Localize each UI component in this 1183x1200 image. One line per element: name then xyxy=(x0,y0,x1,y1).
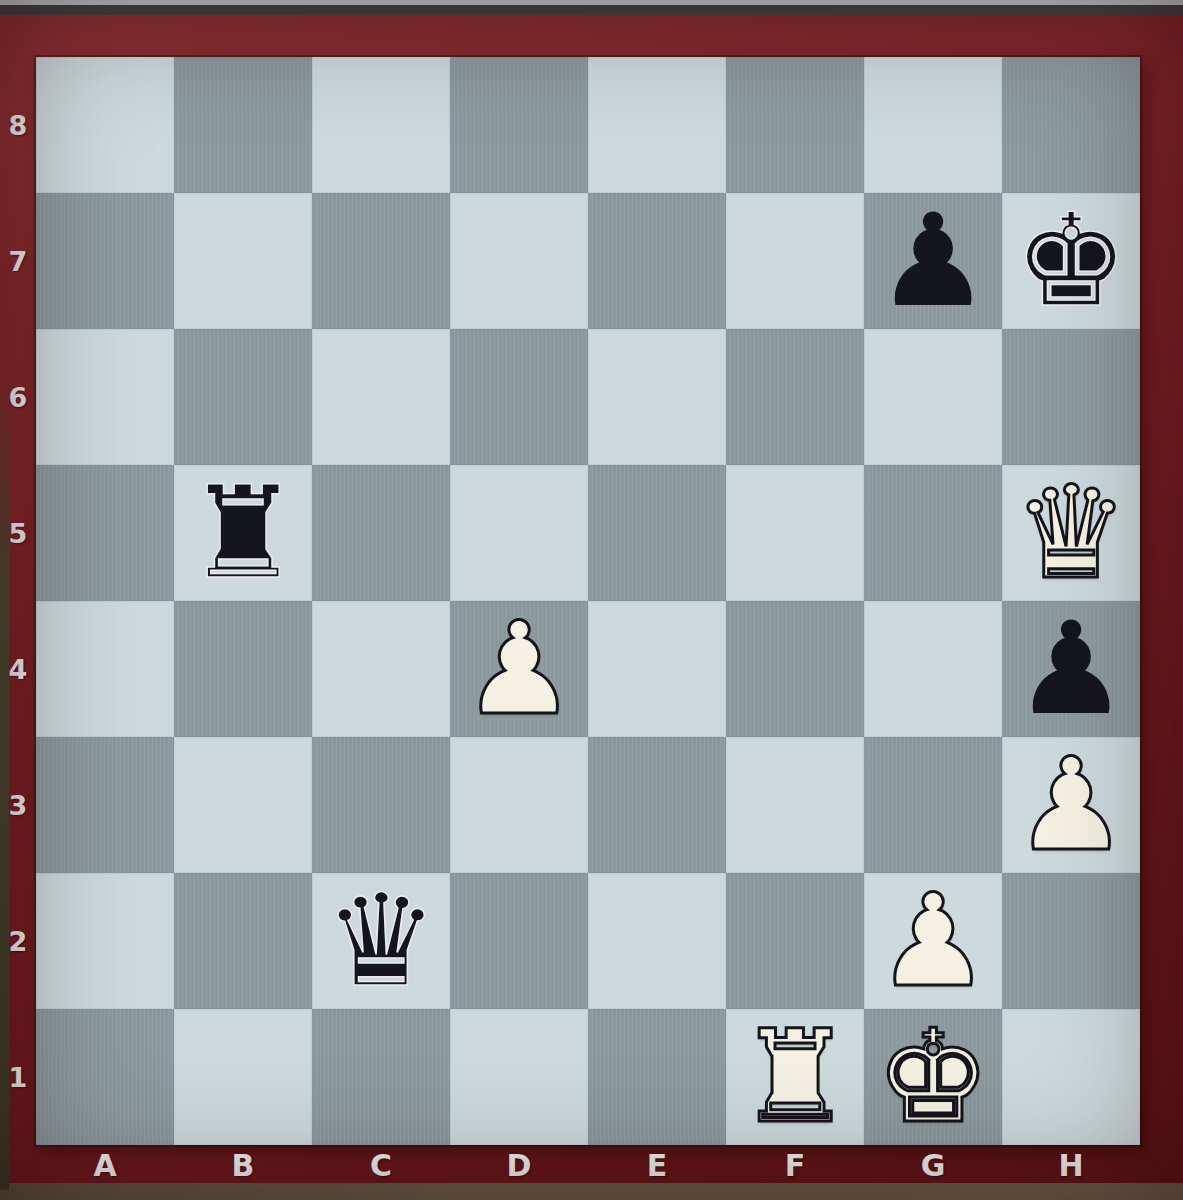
pawn-glyph: ♟ xyxy=(876,197,991,325)
square-d5[interactable] xyxy=(450,465,588,601)
file-labels: ABCDEFGH xyxy=(36,1145,1140,1185)
square-g7[interactable]: ♟ xyxy=(864,193,1002,329)
square-b3[interactable] xyxy=(174,737,312,873)
file-label-a: A xyxy=(36,1145,174,1185)
white-pawn[interactable]: ♟ xyxy=(450,601,588,737)
square-a5[interactable] xyxy=(36,465,174,601)
white-rook[interactable]: ♜ xyxy=(726,1009,864,1145)
square-f4[interactable] xyxy=(726,601,864,737)
square-c5[interactable] xyxy=(312,465,450,601)
square-d4[interactable]: ♟ xyxy=(450,601,588,737)
square-g8[interactable] xyxy=(864,57,1002,193)
queen-glyph: ♛ xyxy=(324,877,439,1005)
square-c6[interactable] xyxy=(312,329,450,465)
square-g1[interactable]: ♚ xyxy=(864,1009,1002,1145)
pawn-glyph: ♟ xyxy=(462,605,577,733)
square-b1[interactable] xyxy=(174,1009,312,1145)
square-f5[interactable] xyxy=(726,465,864,601)
square-g2[interactable]: ♟ xyxy=(864,873,1002,1009)
black-queen[interactable]: ♛ xyxy=(312,873,450,1009)
square-g6[interactable] xyxy=(864,329,1002,465)
square-a2[interactable] xyxy=(36,873,174,1009)
table-edge xyxy=(0,1183,1183,1200)
square-b5[interactable]: ♜ xyxy=(174,465,312,601)
square-e2[interactable] xyxy=(588,873,726,1009)
pawn-glyph: ♟ xyxy=(876,877,991,1005)
square-a4[interactable] xyxy=(36,601,174,737)
monitor-edge-dark-strip xyxy=(0,5,1183,15)
square-a3[interactable] xyxy=(36,737,174,873)
square-c1[interactable] xyxy=(312,1009,450,1145)
square-d7[interactable] xyxy=(450,193,588,329)
square-b7[interactable] xyxy=(174,193,312,329)
square-a1[interactable] xyxy=(36,1009,174,1145)
pawn-glyph: ♟ xyxy=(1014,605,1129,733)
black-rook[interactable]: ♜ xyxy=(174,465,312,601)
square-e3[interactable] xyxy=(588,737,726,873)
square-c4[interactable] xyxy=(312,601,450,737)
rook-glyph: ♜ xyxy=(186,469,301,597)
file-label-e: E xyxy=(588,1145,726,1185)
white-pawn[interactable]: ♟ xyxy=(864,873,1002,1009)
square-b6[interactable] xyxy=(174,329,312,465)
square-f7[interactable] xyxy=(726,193,864,329)
square-h2[interactable] xyxy=(1002,873,1140,1009)
file-label-d: D xyxy=(450,1145,588,1185)
square-c3[interactable] xyxy=(312,737,450,873)
rank-label-8: 8 xyxy=(0,57,36,193)
square-f2[interactable] xyxy=(726,873,864,1009)
square-d2[interactable] xyxy=(450,873,588,1009)
square-c2[interactable]: ♛ xyxy=(312,873,450,1009)
square-c8[interactable] xyxy=(312,57,450,193)
square-g3[interactable] xyxy=(864,737,1002,873)
square-g5[interactable] xyxy=(864,465,1002,601)
square-e7[interactable] xyxy=(588,193,726,329)
square-d6[interactable] xyxy=(450,329,588,465)
square-a7[interactable] xyxy=(36,193,174,329)
square-h7[interactable]: ♚ xyxy=(1002,193,1140,329)
rook-glyph: ♜ xyxy=(738,1013,853,1141)
square-h1[interactable] xyxy=(1002,1009,1140,1145)
board-photo: 87654321 ♟♚♜♛♟♟♟♛♟♜♚ ABCDEFGH xyxy=(0,0,1183,1200)
square-f3[interactable] xyxy=(726,737,864,873)
square-f1[interactable]: ♜ xyxy=(726,1009,864,1145)
square-h4[interactable]: ♟ xyxy=(1002,601,1140,737)
rank-label-7: 7 xyxy=(0,193,36,329)
queen-glyph: ♛ xyxy=(1014,469,1129,597)
square-e4[interactable] xyxy=(588,601,726,737)
black-king[interactable]: ♚ xyxy=(1002,193,1140,329)
square-f6[interactable] xyxy=(726,329,864,465)
file-label-h: H xyxy=(1002,1145,1140,1185)
black-pawn[interactable]: ♟ xyxy=(864,193,1002,329)
square-b4[interactable] xyxy=(174,601,312,737)
black-pawn[interactable]: ♟ xyxy=(1002,601,1140,737)
square-d1[interactable] xyxy=(450,1009,588,1145)
background-left-edge xyxy=(0,380,9,1190)
file-label-f: F xyxy=(726,1145,864,1185)
square-e8[interactable] xyxy=(588,57,726,193)
pawn-glyph: ♟ xyxy=(1014,741,1129,869)
square-b8[interactable] xyxy=(174,57,312,193)
square-h5[interactable]: ♛ xyxy=(1002,465,1140,601)
white-queen[interactable]: ♛ xyxy=(1002,465,1140,601)
file-label-b: B xyxy=(174,1145,312,1185)
square-e6[interactable] xyxy=(588,329,726,465)
file-label-g: G xyxy=(864,1145,1002,1185)
square-d3[interactable] xyxy=(450,737,588,873)
chess-board: ♟♚♜♛♟♟♟♛♟♜♚ xyxy=(36,57,1140,1145)
square-b2[interactable] xyxy=(174,873,312,1009)
square-e5[interactable] xyxy=(588,465,726,601)
white-king[interactable]: ♚ xyxy=(864,1009,1002,1145)
square-c7[interactable] xyxy=(312,193,450,329)
king-glyph: ♚ xyxy=(1014,197,1129,325)
file-label-c: C xyxy=(312,1145,450,1185)
king-glyph: ♚ xyxy=(876,1013,991,1141)
square-a8[interactable] xyxy=(36,57,174,193)
square-h3[interactable]: ♟ xyxy=(1002,737,1140,873)
square-h6[interactable] xyxy=(1002,329,1140,465)
square-f8[interactable] xyxy=(726,57,864,193)
square-g4[interactable] xyxy=(864,601,1002,737)
square-d8[interactable] xyxy=(450,57,588,193)
square-e1[interactable] xyxy=(588,1009,726,1145)
square-h8[interactable] xyxy=(1002,57,1140,193)
white-pawn[interactable]: ♟ xyxy=(1002,737,1140,873)
square-a6[interactable] xyxy=(36,329,174,465)
